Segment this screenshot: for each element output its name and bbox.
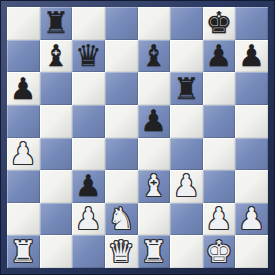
black-pawn-e5[interactable]: ♟ — [140, 106, 167, 136]
square-a7[interactable] — [7, 40, 40, 73]
square-b4[interactable] — [40, 138, 73, 171]
white-pawn-f3[interactable]: ♟ — [173, 171, 200, 201]
square-d8[interactable] — [105, 7, 138, 40]
white-queen-d1[interactable]: ♛ — [108, 237, 135, 267]
square-e4[interactable] — [138, 138, 171, 171]
square-g2[interactable]: ♟ — [203, 203, 236, 236]
square-c2[interactable]: ♟ — [72, 203, 105, 236]
black-queen-c7[interactable]: ♛ — [75, 41, 102, 71]
square-b6[interactable] — [40, 72, 73, 105]
square-f2[interactable] — [170, 203, 203, 236]
black-pawn-h7[interactable]: ♟ — [238, 41, 265, 71]
square-h1[interactable] — [235, 235, 268, 268]
white-pawn-h2[interactable]: ♟ — [238, 204, 265, 234]
white-knight-d2[interactable]: ♞ — [108, 204, 135, 234]
white-rook-a1[interactable]: ♜ — [10, 237, 37, 267]
square-a6[interactable]: ♟ — [7, 72, 40, 105]
square-f1[interactable] — [170, 235, 203, 268]
board-frame: ♜♚♝♛♝♟♟♟♜♟♟♟♝♟♟♞♟♟♜♛♜♚ — [0, 0, 275, 275]
square-e8[interactable] — [138, 7, 171, 40]
square-c4[interactable] — [72, 138, 105, 171]
square-b1[interactable] — [40, 235, 73, 268]
white-pawn-g2[interactable]: ♟ — [206, 204, 233, 234]
square-g4[interactable] — [203, 138, 236, 171]
square-g5[interactable] — [203, 105, 236, 138]
square-a4[interactable]: ♟ — [7, 138, 40, 171]
square-d2[interactable]: ♞ — [105, 203, 138, 236]
square-a3[interactable] — [7, 170, 40, 203]
square-c5[interactable] — [72, 105, 105, 138]
square-c8[interactable] — [72, 7, 105, 40]
black-pawn-a6[interactable]: ♟ — [10, 74, 37, 104]
square-g3[interactable] — [203, 170, 236, 203]
square-f5[interactable] — [170, 105, 203, 138]
square-a5[interactable] — [7, 105, 40, 138]
black-pawn-g7[interactable]: ♟ — [206, 41, 233, 71]
square-e2[interactable] — [138, 203, 171, 236]
square-d5[interactable] — [105, 105, 138, 138]
square-h6[interactable] — [235, 72, 268, 105]
square-e6[interactable] — [138, 72, 171, 105]
square-h5[interactable] — [235, 105, 268, 138]
square-e7[interactable]: ♝ — [138, 40, 171, 73]
square-f4[interactable] — [170, 138, 203, 171]
square-c7[interactable]: ♛ — [72, 40, 105, 73]
square-a1[interactable]: ♜ — [7, 235, 40, 268]
square-c3[interactable]: ♟ — [72, 170, 105, 203]
square-g6[interactable] — [203, 72, 236, 105]
square-e5[interactable]: ♟ — [138, 105, 171, 138]
square-d4[interactable] — [105, 138, 138, 171]
square-f8[interactable] — [170, 7, 203, 40]
square-h4[interactable] — [235, 138, 268, 171]
square-b5[interactable] — [40, 105, 73, 138]
square-f6[interactable]: ♜ — [170, 72, 203, 105]
white-king-g1[interactable]: ♚ — [206, 237, 233, 267]
white-pawn-c2[interactable]: ♟ — [75, 204, 102, 234]
square-e1[interactable]: ♜ — [138, 235, 171, 268]
square-h3[interactable] — [235, 170, 268, 203]
square-c1[interactable] — [72, 235, 105, 268]
black-pawn-c3[interactable]: ♟ — [75, 171, 102, 201]
square-a2[interactable] — [7, 203, 40, 236]
square-a8[interactable] — [7, 7, 40, 40]
square-b2[interactable] — [40, 203, 73, 236]
square-e3[interactable]: ♝ — [138, 170, 171, 203]
black-bishop-e7[interactable]: ♝ — [140, 41, 167, 71]
square-f7[interactable] — [170, 40, 203, 73]
square-g7[interactable]: ♟ — [203, 40, 236, 73]
black-rook-b8[interactable]: ♜ — [42, 8, 69, 38]
square-g8[interactable]: ♚ — [203, 7, 236, 40]
square-f3[interactable]: ♟ — [170, 170, 203, 203]
white-pawn-a4[interactable]: ♟ — [10, 139, 37, 169]
square-d1[interactable]: ♛ — [105, 235, 138, 268]
square-h2[interactable]: ♟ — [235, 203, 268, 236]
square-b7[interactable]: ♝ — [40, 40, 73, 73]
square-h8[interactable] — [235, 7, 268, 40]
square-g1[interactable]: ♚ — [203, 235, 236, 268]
square-d6[interactable] — [105, 72, 138, 105]
chess-board: ♜♚♝♛♝♟♟♟♜♟♟♟♝♟♟♞♟♟♜♛♜♚ — [7, 7, 268, 268]
square-b3[interactable] — [40, 170, 73, 203]
square-d7[interactable] — [105, 40, 138, 73]
black-rook-f6[interactable]: ♜ — [173, 74, 200, 104]
square-h7[interactable]: ♟ — [235, 40, 268, 73]
black-king-g8[interactable]: ♚ — [206, 8, 233, 38]
square-d3[interactable] — [105, 170, 138, 203]
white-rook-e1[interactable]: ♜ — [140, 237, 167, 267]
white-bishop-e3[interactable]: ♝ — [140, 171, 167, 201]
black-bishop-b7[interactable]: ♝ — [42, 41, 69, 71]
square-b8[interactable]: ♜ — [40, 7, 73, 40]
square-c6[interactable] — [72, 72, 105, 105]
